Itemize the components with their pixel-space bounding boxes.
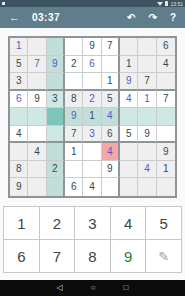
cell-r7c9[interactable]: 9 [157, 143, 175, 161]
cell-r3c1[interactable]: 3 [10, 73, 28, 91]
cell-r6c2[interactable] [28, 126, 46, 144]
cell-r1c1[interactable]: 1 [10, 38, 28, 56]
cell-r9c3[interactable] [47, 178, 65, 196]
cell-r8c7[interactable] [120, 161, 138, 179]
cell-r1c6[interactable]: 7 [102, 38, 120, 56]
pad-digit-8[interactable]: 8 [75, 240, 111, 272]
cell-r1c4[interactable] [65, 38, 83, 56]
cell-r8c6[interactable]: 9 [102, 161, 120, 179]
game-timer: 03:37 [32, 12, 60, 23]
cell-r4c1[interactable]: 6 [10, 91, 28, 109]
pad-digit-2[interactable]: 2 [40, 207, 76, 239]
nav-recents-icon[interactable]: □ [124, 284, 129, 292]
pad-digit-1[interactable]: 1 [4, 207, 40, 239]
nav-home-icon[interactable]: ○ [91, 284, 96, 292]
status-bar: 13:51 [0, 0, 185, 7]
cell-r3c4[interactable] [65, 73, 83, 91]
cell-r9c1[interactable]: 9 [10, 178, 28, 196]
cell-r7c7[interactable] [120, 143, 138, 161]
cell-r6c4[interactable]: 7 [65, 126, 83, 144]
pad-digit-7[interactable]: 7 [40, 240, 76, 272]
cell-r5c7[interactable] [120, 108, 138, 126]
cell-r3c7[interactable]: 9 [120, 73, 138, 91]
pencil-mode-icon[interactable]: ✎ [146, 240, 181, 272]
wifi-icon [157, 2, 163, 6]
cell-r6c3[interactable] [47, 126, 65, 144]
android-nav-bar: ◁ ○ □ [0, 280, 185, 296]
cell-r2c1[interactable]: 5 [10, 56, 28, 74]
cell-r1c3[interactable] [47, 38, 65, 56]
cell-r7c1[interactable] [10, 143, 28, 161]
cell-r6c6[interactable]: 6 [102, 126, 120, 144]
cell-r2c9[interactable]: 4 [157, 56, 175, 74]
cell-r5c9[interactable] [157, 108, 175, 126]
battery-icon [165, 1, 168, 6]
cell-r1c8[interactable] [138, 38, 156, 56]
cell-r4c4[interactable]: 8 [65, 91, 83, 109]
cell-r8c3[interactable]: 2 [47, 161, 65, 179]
cell-r2c8[interactable] [138, 56, 156, 74]
redo-icon[interactable]: ↷ [149, 13, 157, 23]
cell-r4c2[interactable]: 9 [28, 91, 46, 109]
cell-r9c7[interactable] [120, 178, 138, 196]
cell-r1c2[interactable] [28, 38, 46, 56]
cell-r5c3[interactable] [47, 108, 65, 126]
cell-r4c9[interactable]: 7 [157, 91, 175, 109]
cell-r2c6[interactable] [102, 56, 120, 74]
cell-r2c7[interactable]: 1 [120, 56, 138, 74]
cell-r9c4[interactable]: 6 [65, 178, 83, 196]
cell-r8c2[interactable] [28, 161, 46, 179]
cell-r9c8[interactable] [138, 178, 156, 196]
cell-r1c7[interactable] [120, 38, 138, 56]
undo-icon[interactable]: ↶ [127, 13, 135, 23]
cell-r6c8[interactable]: 9 [138, 126, 156, 144]
cell-r5c8[interactable] [138, 108, 156, 126]
cell-r8c5[interactable] [83, 161, 101, 179]
cell-r4c5[interactable]: 2 [83, 91, 101, 109]
cell-r5c6[interactable]: 4 [102, 108, 120, 126]
cell-r8c9[interactable]: 1 [157, 161, 175, 179]
cell-r5c2[interactable] [28, 108, 46, 126]
cell-r4c7[interactable]: 4 [120, 91, 138, 109]
status-clock: 13:51 [170, 1, 183, 7]
cell-r5c4[interactable]: 9 [65, 108, 83, 126]
cell-r5c1[interactable] [10, 108, 28, 126]
cell-r6c9[interactable] [157, 126, 175, 144]
cell-r6c7[interactable]: 5 [120, 126, 138, 144]
pad-digit-3[interactable]: 3 [75, 207, 111, 239]
cell-r4c6[interactable]: 5 [102, 91, 120, 109]
cell-r9c6[interactable] [102, 178, 120, 196]
nav-back-icon[interactable]: ◁ [57, 284, 63, 292]
cell-r4c8[interactable]: 1 [138, 91, 156, 109]
cell-r9c9[interactable] [157, 178, 175, 196]
cell-r7c3[interactable] [47, 143, 65, 161]
cell-r3c9[interactable] [157, 73, 175, 91]
cell-r8c8[interactable]: 4 [138, 161, 156, 179]
cell-r3c5[interactable] [83, 73, 101, 91]
number-pad: 123456789✎ [3, 206, 182, 273]
cell-r2c4[interactable]: 2 [65, 56, 83, 74]
cell-r3c8[interactable]: 7 [138, 73, 156, 91]
app-bar: ← 03:37 ↶ ↷ ? [0, 7, 185, 28]
cell-r7c6[interactable]: 4 [102, 143, 120, 161]
cell-r6c5[interactable]: 3 [83, 126, 101, 144]
cell-r7c5[interactable] [83, 143, 101, 161]
cell-r7c2[interactable]: 4 [28, 143, 46, 161]
sudoku-grid: 1976579261431976938254179144736594149829… [8, 36, 177, 198]
cell-r8c1[interactable]: 8 [10, 161, 28, 179]
cell-r1c5[interactable]: 9 [83, 38, 101, 56]
cell-r4c3[interactable]: 3 [47, 91, 65, 109]
pad-digit-4[interactable]: 4 [111, 207, 147, 239]
cell-r3c3[interactable] [47, 73, 65, 91]
cell-r2c5[interactable]: 6 [83, 56, 101, 74]
cell-r2c2[interactable]: 7 [28, 56, 46, 74]
board-area: 1976579261431976938254179144736594149829… [0, 36, 185, 198]
cell-r9c2[interactable] [28, 178, 46, 196]
pad-digit-9[interactable]: 9 [111, 240, 147, 272]
cell-r8c4[interactable] [65, 161, 83, 179]
cell-r3c6[interactable]: 1 [102, 73, 120, 91]
cell-r3c2[interactable] [28, 73, 46, 91]
cell-r7c8[interactable] [138, 143, 156, 161]
notification-icon [2, 2, 5, 5]
cell-r2c3[interactable]: 9 [47, 56, 65, 74]
pad-digit-6[interactable]: 6 [4, 240, 40, 272]
cell-r9c5[interactable]: 4 [83, 178, 101, 196]
help-icon[interactable]: ? [170, 13, 176, 23]
back-button[interactable]: ← [9, 12, 20, 23]
cell-r7c4[interactable]: 1 [65, 143, 83, 161]
pad-digit-5[interactable]: 5 [146, 207, 181, 239]
cell-r6c1[interactable]: 4 [10, 126, 28, 144]
cell-r1c9[interactable]: 6 [157, 38, 175, 56]
cell-r5c5[interactable]: 1 [83, 108, 101, 126]
